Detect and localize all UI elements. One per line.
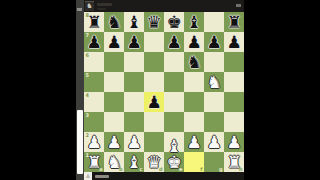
top-bar-indicator — [236, 4, 241, 7]
square-f4[interactable] — [184, 92, 204, 112]
square-g4[interactable] — [204, 92, 224, 112]
square-g1[interactable]: g — [204, 152, 224, 172]
scrollbar[interactable] — [76, 0, 84, 180]
black-player-avatar[interactable]: ♞ — [85, 1, 94, 11]
app-window: ♞ 8♜♞♝♛♚♝♜7♟♟♟♟♟♟♟6♞5♞4♟32♟♟♟♝♟♟♟1a♜b♞c♝… — [0, 0, 320, 180]
square-h3[interactable] — [224, 112, 244, 132]
square-c1[interactable]: c♝ — [124, 152, 144, 172]
square-h4[interactable] — [224, 92, 244, 112]
square-e4[interactable] — [164, 92, 184, 112]
square-d6[interactable] — [144, 52, 164, 72]
square-g8[interactable] — [204, 12, 224, 32]
square-f2[interactable]: ♟ — [184, 132, 204, 152]
black-player-rating — [97, 8, 106, 10]
black-pawn[interactable]: ♟ — [126, 32, 141, 52]
white-pawn[interactable]: ♟ — [226, 132, 241, 152]
black-player-piece-icon: ♞ — [86, 3, 92, 10]
rank-coordinate-1: 1 — [86, 152, 89, 158]
black-rook[interactable]: ♜ — [226, 12, 241, 32]
square-f3[interactable] — [184, 112, 204, 132]
square-d5[interactable] — [144, 72, 164, 92]
white-pawn[interactable]: ♟ — [186, 132, 201, 152]
rank-coordinate-2: 2 — [86, 132, 89, 138]
square-g2[interactable]: ♟ — [204, 132, 224, 152]
top-player-bar: ♞ — [84, 0, 244, 12]
square-c3[interactable] — [124, 112, 144, 132]
square-h7[interactable]: ♟ — [224, 32, 244, 52]
white-pawn[interactable]: ♟ — [126, 132, 141, 152]
white-pawn[interactable]: ♟ — [106, 132, 121, 152]
square-d4[interactable]: ♟ — [144, 92, 164, 112]
scrollbar-tick — [77, 8, 82, 11]
chess-board: 8♜♞♝♛♚♝♜7♟♟♟♟♟♟♟6♞5♞4♟32♟♟♟♝♟♟♟1a♜b♞c♝d♛… — [84, 12, 244, 172]
black-pawn[interactable]: ♟ — [186, 32, 201, 52]
square-e7[interactable]: ♟ — [164, 32, 184, 52]
square-d7[interactable] — [144, 32, 164, 52]
square-h5[interactable] — [224, 72, 244, 92]
square-b1[interactable]: b♞ — [104, 152, 124, 172]
square-b2[interactable]: ♟ — [104, 132, 124, 152]
black-knight[interactable]: ♞ — [186, 52, 201, 72]
rank-coordinate-5: 5 — [86, 72, 89, 78]
square-c5[interactable] — [124, 72, 144, 92]
square-a1[interactable]: 1a♜ — [84, 152, 104, 172]
square-a5[interactable]: 5 — [84, 72, 104, 92]
square-f5[interactable] — [184, 72, 204, 92]
rank-coordinate-4: 4 — [86, 92, 89, 98]
rank-coordinate-3: 3 — [86, 112, 89, 118]
square-e6[interactable] — [164, 52, 184, 72]
rank-coordinate-7: 7 — [86, 32, 89, 38]
white-bishop[interactable]: ♝ — [166, 136, 181, 156]
square-b3[interactable] — [104, 112, 124, 132]
square-e3[interactable] — [164, 112, 184, 132]
square-f6[interactable]: ♞ — [184, 52, 204, 72]
square-g6[interactable] — [204, 52, 224, 72]
square-a6[interactable]: 6 — [84, 52, 104, 72]
black-pawn[interactable]: ♟ — [166, 32, 181, 52]
square-a7[interactable]: 7♟ — [84, 32, 104, 52]
white-player-piece-icon: ♟ — [85, 173, 90, 179]
square-a2[interactable]: 2♟ — [84, 132, 104, 152]
square-e2[interactable]: ♝ — [164, 132, 184, 152]
square-h6[interactable] — [224, 52, 244, 72]
square-f7[interactable]: ♟ — [184, 32, 204, 52]
square-b6[interactable] — [104, 52, 124, 72]
square-h2[interactable]: ♟ — [224, 132, 244, 152]
square-c8[interactable]: ♝ — [124, 12, 144, 32]
square-e8[interactable]: ♚ — [164, 12, 184, 32]
square-a3[interactable]: 3 — [84, 112, 104, 132]
square-c6[interactable] — [124, 52, 144, 72]
square-d8[interactable]: ♛ — [144, 12, 164, 32]
black-king[interactable]: ♚ — [166, 12, 181, 32]
square-d2[interactable] — [144, 132, 164, 152]
rank-coordinate-6: 6 — [86, 52, 89, 58]
square-h8[interactable]: ♜ — [224, 12, 244, 32]
square-h1[interactable]: h♜ — [224, 152, 244, 172]
square-c4[interactable] — [124, 92, 144, 112]
black-pawn[interactable]: ♟ — [146, 92, 161, 112]
rank-coordinate-8: 8 — [86, 12, 89, 18]
square-a4[interactable]: 4 — [84, 92, 104, 112]
square-b4[interactable] — [104, 92, 124, 112]
white-player-avatar[interactable]: ♟ — [84, 172, 92, 180]
square-g5[interactable]: ♞ — [204, 72, 224, 92]
square-f1[interactable]: f — [184, 152, 204, 172]
square-a8[interactable]: 8♜ — [84, 12, 104, 32]
black-bishop[interactable]: ♝ — [186, 12, 201, 32]
square-c7[interactable]: ♟ — [124, 32, 144, 52]
square-b7[interactable]: ♟ — [104, 32, 124, 52]
black-pawn[interactable]: ♟ — [206, 32, 221, 52]
square-f8[interactable]: ♝ — [184, 12, 204, 32]
black-player-name — [97, 3, 112, 6]
black-knight[interactable]: ♞ — [106, 12, 121, 32]
square-d3[interactable] — [144, 112, 164, 132]
square-d1[interactable]: d♛ — [144, 152, 164, 172]
bottom-player-bar: ♟ — [84, 172, 244, 180]
square-c2[interactable]: ♟ — [124, 132, 144, 152]
square-g3[interactable] — [204, 112, 224, 132]
black-pawn[interactable]: ♟ — [106, 32, 121, 52]
white-knight[interactable]: ♞ — [206, 72, 221, 92]
white-pawn[interactable]: ♟ — [206, 132, 221, 152]
scrollbar-thumb[interactable] — [77, 110, 83, 174]
square-g7[interactable]: ♟ — [204, 32, 224, 52]
black-queen[interactable]: ♛ — [146, 12, 161, 32]
square-b8[interactable]: ♞ — [104, 12, 124, 32]
square-e5[interactable] — [164, 72, 184, 92]
black-bishop[interactable]: ♝ — [126, 12, 141, 32]
square-b5[interactable] — [104, 72, 124, 92]
black-pawn[interactable]: ♟ — [226, 32, 241, 52]
white-player-name — [95, 175, 109, 178]
